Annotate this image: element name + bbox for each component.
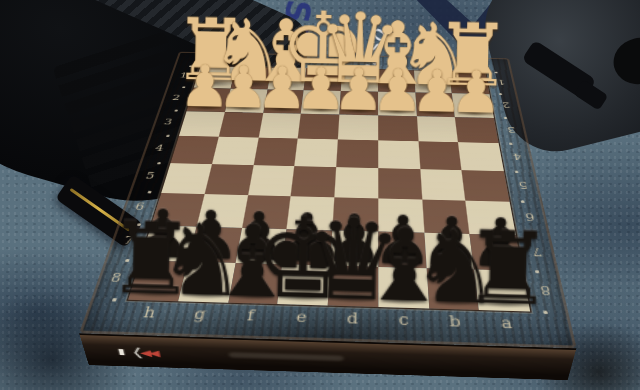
square-e4 xyxy=(295,139,338,167)
square-g5 xyxy=(204,164,253,195)
rank-label-left-3: 3 xyxy=(158,117,178,127)
front-smudge xyxy=(228,352,343,361)
photo-scene: SPP intesso ♜♞♝♚♛♝♞♜♟♟♟♟♟♟♟♟♟♟♟♟♟♟♟♟♜♞♝♚… xyxy=(0,0,640,390)
frame-inlay-dot xyxy=(174,110,178,112)
rank-label-right-4: 4 xyxy=(507,151,527,162)
frame-inlay-dot xyxy=(508,142,512,144)
front-logo-block: ▮ xyxy=(117,347,127,356)
square-b4 xyxy=(418,141,462,170)
square-h4 xyxy=(170,136,218,164)
board-grid: ♜♞♝♚♛♝♞♜♟♟♟♟♟♟♟♟♟♟♟♟♟♟♟♟♜♞♝♚♛♝♞♜ xyxy=(128,66,530,311)
square-b5 xyxy=(420,169,466,200)
black-rook: ♜ xyxy=(461,218,553,321)
frame-inlay-dot xyxy=(514,170,518,173)
square-c4 xyxy=(378,141,420,170)
square-f4 xyxy=(253,138,298,166)
rank-label-left-5: 5 xyxy=(139,170,161,181)
rank-label-left-4: 4 xyxy=(149,143,170,154)
black-queen: ♛ xyxy=(303,203,405,317)
white-pawn: ♟ xyxy=(449,62,502,121)
square-g4 xyxy=(212,137,258,165)
square-a5 xyxy=(462,170,510,201)
square-d8: ♛ xyxy=(328,266,378,307)
rank-label-right-3: 3 xyxy=(502,125,521,135)
square-a4 xyxy=(458,142,504,171)
square-a8: ♜ xyxy=(474,270,530,312)
frame-inlay-dot xyxy=(156,162,160,165)
square-a2: ♟ xyxy=(452,93,494,117)
square-d4 xyxy=(336,140,378,169)
square-h5 xyxy=(161,163,211,194)
frame-inlay-dot xyxy=(165,135,169,137)
front-logo-arrows: ◀◀ xyxy=(139,347,158,357)
rank-label-right-5: 5 xyxy=(513,179,534,191)
frame-inlay-dot xyxy=(503,117,507,119)
bag-opening xyxy=(609,32,640,89)
